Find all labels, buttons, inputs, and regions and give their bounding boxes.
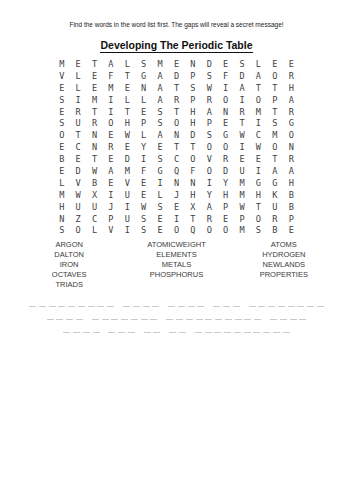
grid-cell: A: [234, 82, 250, 94]
grid-cell: V: [103, 224, 119, 236]
grid-cell: E: [119, 141, 135, 153]
grid-cell: T: [267, 153, 283, 165]
grid-cell: T: [185, 213, 201, 225]
grid-cell: H: [54, 201, 70, 213]
grid-cell: A: [152, 70, 168, 82]
blank-word: [122, 305, 161, 307]
grid-cell: E: [283, 224, 299, 236]
grid-cell: O: [217, 94, 233, 106]
letter-blank: [205, 332, 212, 334]
letter-blank: [179, 332, 186, 334]
grid-cell: I: [70, 94, 86, 106]
grid-cell: M: [54, 189, 70, 201]
grid-cell: B: [283, 189, 299, 201]
grid-cell: T: [119, 106, 135, 118]
grid-cell: N: [54, 213, 70, 225]
worksheet-page: Find the words in the word list first. T…: [0, 0, 353, 500]
word-list-item: HYDROGEN: [230, 250, 337, 260]
grid-cell: D: [201, 58, 217, 70]
letter-blank: [102, 319, 109, 321]
letter-blank: [244, 319, 251, 321]
grid-cell: U: [119, 189, 135, 201]
grid-cell: M: [86, 94, 102, 106]
letter-blank: [121, 319, 128, 321]
word-list-item: OCTAVES: [16, 270, 123, 280]
grid-cell: V: [70, 177, 86, 189]
page-title: Developing The Periodic Table: [100, 39, 252, 53]
grid-cell: E: [283, 58, 299, 70]
letter-blank: [258, 306, 265, 308]
grid-cell: Y: [201, 189, 217, 201]
grid-cell: I: [119, 201, 135, 213]
grid-cell: V: [54, 70, 70, 82]
grid-cell: O: [267, 141, 283, 153]
grid-cell: H: [119, 117, 135, 129]
grid-cell: T: [70, 129, 86, 141]
grid-cell: J: [103, 201, 119, 213]
grid-cell: G: [152, 165, 168, 177]
grid-cell: T: [168, 106, 184, 118]
instruction-text: Find the words in the word list first. T…: [0, 0, 353, 29]
letter-blank: [168, 306, 175, 308]
grid-cell: O: [201, 224, 217, 236]
letter-blank: [66, 319, 73, 321]
grid-cell: T: [86, 153, 102, 165]
grid-cell: V: [201, 153, 217, 165]
grid-cell: L: [70, 70, 86, 82]
grid-cell: A: [152, 94, 168, 106]
word-search-grid: METALSMENDESLEEVLEFTGADPSFDAORELEMENATSW…: [0, 58, 353, 236]
grid-cell: Q: [185, 224, 201, 236]
grid-cell: S: [136, 213, 152, 225]
grid-cell: I: [201, 177, 217, 189]
letter-blank: [63, 332, 70, 334]
letter-blank: [244, 332, 251, 334]
word-list-item: PHOSPHORUS: [123, 270, 230, 280]
letter-blank: [133, 306, 140, 308]
grid-cell: M: [250, 106, 266, 118]
grid-cell: W: [234, 201, 250, 213]
grid-cell: T: [86, 106, 102, 118]
letter-blank: [58, 306, 65, 308]
grid-cell: X: [86, 189, 102, 201]
grid-cell: H: [283, 177, 299, 189]
grid-cell: T: [267, 82, 283, 94]
grid-cell: E: [119, 82, 135, 94]
grid-cell: U: [119, 213, 135, 225]
grid-cell: H: [217, 189, 233, 201]
grid-cell: L: [136, 129, 152, 141]
grid-cell: S: [250, 224, 266, 236]
letter-blank: [280, 319, 287, 321]
grid-cell: E: [234, 153, 250, 165]
grid-cell: T: [267, 106, 283, 118]
grid-cell: C: [70, 141, 86, 153]
grid-cell: I: [103, 106, 119, 118]
grid-cell: R: [168, 94, 184, 106]
secret-message-blanks: [0, 305, 353, 333]
grid-cell: L: [70, 82, 86, 94]
grid-cell: S: [152, 106, 168, 118]
letter-blank: [278, 306, 285, 308]
word-list-item: ELEMENTS: [123, 250, 230, 260]
grid-cell: W: [70, 189, 86, 201]
letter-blank: [76, 319, 83, 321]
letter-blank: [263, 332, 270, 334]
grid-cell: I: [119, 224, 135, 236]
word-list-item: ARGON: [16, 240, 123, 250]
letter-blank: [215, 319, 222, 321]
grid-cell: E: [70, 153, 86, 165]
blank-line: [0, 305, 353, 307]
grid-cell: E: [217, 213, 233, 225]
letter-blank: [186, 319, 193, 321]
letter-blank: [47, 319, 54, 321]
letter-blank: [111, 319, 118, 321]
grid-cell: U: [86, 201, 102, 213]
blank-word: [142, 331, 162, 333]
grid-cell: Q: [168, 165, 184, 177]
letter-blank: [283, 332, 290, 334]
grid-cell: N: [185, 58, 201, 70]
word-list-item: IRON: [16, 260, 123, 270]
grid-cell: B: [283, 201, 299, 213]
grid-cell: M: [152, 58, 168, 70]
word-list-column: ATOMSHYDROGENNEWLANDSPROPERTIES: [230, 240, 337, 290]
grid-cell: D: [185, 129, 201, 141]
grid-cell: L: [136, 94, 152, 106]
letter-blank: [224, 332, 231, 334]
grid-cell: S: [54, 94, 70, 106]
letter-blank: [108, 332, 115, 334]
grid-cell: E: [54, 165, 70, 177]
grid-cell: T: [185, 141, 201, 153]
letter-blank: [235, 319, 242, 321]
grid-cell: P: [267, 94, 283, 106]
grid-cell: I: [103, 94, 119, 106]
letter-blank: [196, 319, 203, 321]
word-list-item: METALS: [123, 260, 230, 270]
grid-cell: O: [217, 141, 233, 153]
grid-cell: A: [201, 201, 217, 213]
grid-cell: S: [152, 201, 168, 213]
blank-word: [247, 305, 325, 307]
grid-cell: L: [119, 58, 135, 70]
grid-cell: T: [234, 117, 250, 129]
grid-cell: T: [168, 82, 184, 94]
grid-cell: N: [217, 106, 233, 118]
grid-cell: A: [201, 106, 217, 118]
letter-blank: [307, 306, 314, 308]
grid-cell: A: [283, 94, 299, 106]
grid-cell: S: [54, 117, 70, 129]
grid-cell: H: [185, 106, 201, 118]
letter-blank: [213, 306, 220, 308]
blank-word: [167, 305, 206, 307]
letter-blank: [166, 319, 173, 321]
word-list: ARGONDALTONIRONOCTAVESTRIADS ATOMICWEIGH…: [16, 240, 338, 290]
grid-cell: P: [185, 70, 201, 82]
grid-cell: E: [70, 58, 86, 70]
grid-cell: L: [152, 189, 168, 201]
grid-cell: O: [54, 129, 70, 141]
grid-cell: T: [119, 70, 135, 82]
grid-cell: S: [201, 129, 217, 141]
grid-cell: N: [168, 129, 184, 141]
grid-cell: I: [217, 82, 233, 94]
grid-cell: B: [86, 177, 102, 189]
blank-word: [193, 331, 291, 333]
grid-cell: I: [250, 165, 266, 177]
grid-cell: E: [54, 82, 70, 94]
grid-cell: R: [234, 106, 250, 118]
grid-cell: E: [217, 58, 233, 70]
grid-cell: E: [168, 201, 184, 213]
grid-cell: S: [234, 58, 250, 70]
letter-blank: [123, 306, 130, 308]
grid-cell: W: [119, 129, 135, 141]
grid-cell: U: [234, 165, 250, 177]
word-list-item: ATOMICWEIGHT: [123, 240, 230, 250]
grid-cell: O: [201, 141, 217, 153]
grid-cell: I: [168, 213, 184, 225]
blank-line: [0, 318, 353, 320]
blank-word: [62, 331, 101, 333]
word-list-item: NEWLANDS: [230, 260, 337, 270]
grid-cell: K: [267, 189, 283, 201]
grid-cell: E: [152, 213, 168, 225]
letter-blank: [176, 319, 183, 321]
grid-cell: O: [267, 70, 283, 82]
blank-word: [90, 318, 158, 320]
grid-cell: D: [70, 165, 86, 177]
grid-cell: E: [103, 177, 119, 189]
grid-cell: J: [168, 189, 184, 201]
grid-cell: P: [201, 117, 217, 129]
grid-cell: P: [136, 117, 152, 129]
grid-cell: O: [283, 129, 299, 141]
grid-cell: S: [136, 224, 152, 236]
letter-blank: [254, 319, 261, 321]
grid-cell: E: [217, 117, 233, 129]
grid-cell: S: [152, 117, 168, 129]
letter-blank: [143, 306, 150, 308]
letter-blank: [169, 332, 176, 334]
grid-cell: G: [283, 117, 299, 129]
grid-cell: O: [185, 153, 201, 165]
letter-blank: [188, 306, 195, 308]
letter-blank: [288, 306, 295, 308]
grid-cell: A: [152, 129, 168, 141]
grid-cell: P: [217, 201, 233, 213]
grid-cell: O: [103, 117, 119, 129]
grid-cell: W: [136, 201, 152, 213]
grid-cell: G: [217, 129, 233, 141]
grid-cell: A: [152, 82, 168, 94]
grid-cell: G: [267, 177, 283, 189]
word-list-item: DALTON: [16, 250, 123, 260]
letter-blank: [234, 332, 241, 334]
grid-cell: S: [152, 153, 168, 165]
grid-cell: I: [136, 153, 152, 165]
letter-blank: [268, 306, 275, 308]
grid-cell: O: [168, 224, 184, 236]
grid-cell: R: [283, 153, 299, 165]
grid-cell: Y: [217, 177, 233, 189]
grid-cell: E: [136, 177, 152, 189]
grid-cell: S: [185, 82, 201, 94]
grid-cell: X: [185, 201, 201, 213]
letter-blank: [83, 332, 90, 334]
grid-cell: D: [168, 70, 184, 82]
grid-cell: W: [201, 82, 217, 94]
grid-cell: D: [217, 165, 233, 177]
grid-cell: T: [250, 82, 266, 94]
letter-blank: [49, 306, 56, 308]
word-list-item: ATOMS: [230, 240, 337, 250]
letter-blank: [107, 306, 114, 308]
letter-blank: [178, 306, 185, 308]
letter-blank: [97, 306, 104, 308]
blank-line: [0, 331, 353, 333]
word-list-item: PROPERTIES: [230, 270, 337, 280]
grid-cell: R: [283, 70, 299, 82]
grid-cell: U: [267, 201, 283, 213]
grid-cell: L: [54, 177, 70, 189]
grid-cell: N: [168, 177, 184, 189]
grid-cell: E: [136, 189, 152, 201]
grid-cell: S: [267, 117, 283, 129]
grid-cell: I: [234, 94, 250, 106]
grid-cell: P: [103, 213, 119, 225]
grid-cell: F: [217, 70, 233, 82]
letter-blank: [68, 306, 75, 308]
word-list-column: ARGONDALTONIRONOCTAVESTRIADS: [16, 240, 123, 290]
grid-cell: M: [119, 165, 135, 177]
grid-cell: T: [168, 141, 184, 153]
blank-word: [165, 318, 263, 320]
grid-cell: C: [86, 213, 102, 225]
letter-blank: [93, 332, 100, 334]
grid-cell: A: [103, 165, 119, 177]
grid-cell: G: [250, 177, 266, 189]
grid-cell: L: [250, 58, 266, 70]
letter-blank: [273, 332, 280, 334]
grid-cell: B: [267, 224, 283, 236]
grid-cell: R: [201, 213, 217, 225]
grid-cell: U: [70, 117, 86, 129]
grid-cell: R: [103, 141, 119, 153]
grid-cell: R: [217, 153, 233, 165]
grid-cell: I: [103, 189, 119, 201]
grid-cell: T: [86, 58, 102, 70]
grid-cell: R: [86, 117, 102, 129]
grid-cell: N: [86, 141, 102, 153]
grid-cell: H: [250, 189, 266, 201]
letter-blank: [195, 332, 202, 334]
grid-cell: O: [201, 165, 217, 177]
letter-blank: [253, 332, 260, 334]
letter-blank: [270, 319, 277, 321]
grid-cell: R: [283, 106, 299, 118]
letter-blank: [152, 306, 159, 308]
letter-blank: [197, 306, 204, 308]
grid-cell: R: [201, 94, 217, 106]
grid-cell: D: [119, 153, 135, 165]
grid-cell: E: [54, 106, 70, 118]
grid-cell: A: [267, 165, 283, 177]
blank-word: [212, 305, 241, 307]
grid-cell: O: [168, 117, 184, 129]
letter-blank: [128, 332, 135, 334]
grid-cell: N: [136, 82, 152, 94]
grid-cell: P: [283, 213, 299, 225]
grid-cell: I: [234, 141, 250, 153]
letter-blank: [92, 319, 99, 321]
grid-cell: S: [54, 224, 70, 236]
word-list-item: TRIADS: [16, 280, 123, 290]
grid-cell: S: [136, 58, 152, 70]
grid-cell: F: [136, 165, 152, 177]
letter-blank: [56, 319, 63, 321]
grid-cell: Y: [136, 141, 152, 153]
letter-blank: [299, 319, 306, 321]
letter-blank: [214, 332, 221, 334]
letter-blank: [153, 332, 160, 334]
blank-word: [107, 331, 136, 333]
grid-cell: M: [234, 224, 250, 236]
grid-cell: A: [283, 165, 299, 177]
grid-cell: E: [86, 82, 102, 94]
grid-cell: N: [283, 141, 299, 153]
grid-cell: L: [119, 94, 135, 106]
title-wrap: Developing The Periodic Table: [0, 35, 353, 53]
grid-cell: F: [103, 70, 119, 82]
grid-cell: H: [185, 117, 201, 129]
grid-cell: E: [267, 58, 283, 70]
grid-cell: H: [283, 82, 299, 94]
grid-cell: I: [250, 117, 266, 129]
grid-cell: G: [136, 70, 152, 82]
grid-cell: I: [152, 177, 168, 189]
grid-cell: E: [136, 106, 152, 118]
grid-cell: U: [70, 201, 86, 213]
word-list-column: ATOMICWEIGHTELEMENTSMETALSPHOSPHORUS: [123, 240, 230, 290]
grid-cell: P: [234, 213, 250, 225]
grid-cell: T: [250, 201, 266, 213]
grid-cell: W: [250, 141, 266, 153]
letter-blank: [223, 306, 230, 308]
letter-blank: [233, 306, 240, 308]
grid-cell: Z: [70, 213, 86, 225]
grid-cell: F: [185, 165, 201, 177]
grid-cell: M: [103, 82, 119, 94]
grid-cell: V: [119, 177, 135, 189]
grid-cell: N: [86, 129, 102, 141]
letter-blank: [150, 319, 157, 321]
grid-cell: O: [217, 224, 233, 236]
grid-cell: O: [250, 94, 266, 106]
grid-cell: A: [250, 70, 266, 82]
grid-cell: N: [185, 177, 201, 189]
letter-blank: [205, 319, 212, 321]
grid-cell: E: [250, 153, 266, 165]
letter-blank: [131, 319, 138, 321]
letter-blank: [118, 332, 125, 334]
grid-cell: E: [103, 153, 119, 165]
grid-cell: A: [103, 58, 119, 70]
grid-cell: B: [54, 153, 70, 165]
